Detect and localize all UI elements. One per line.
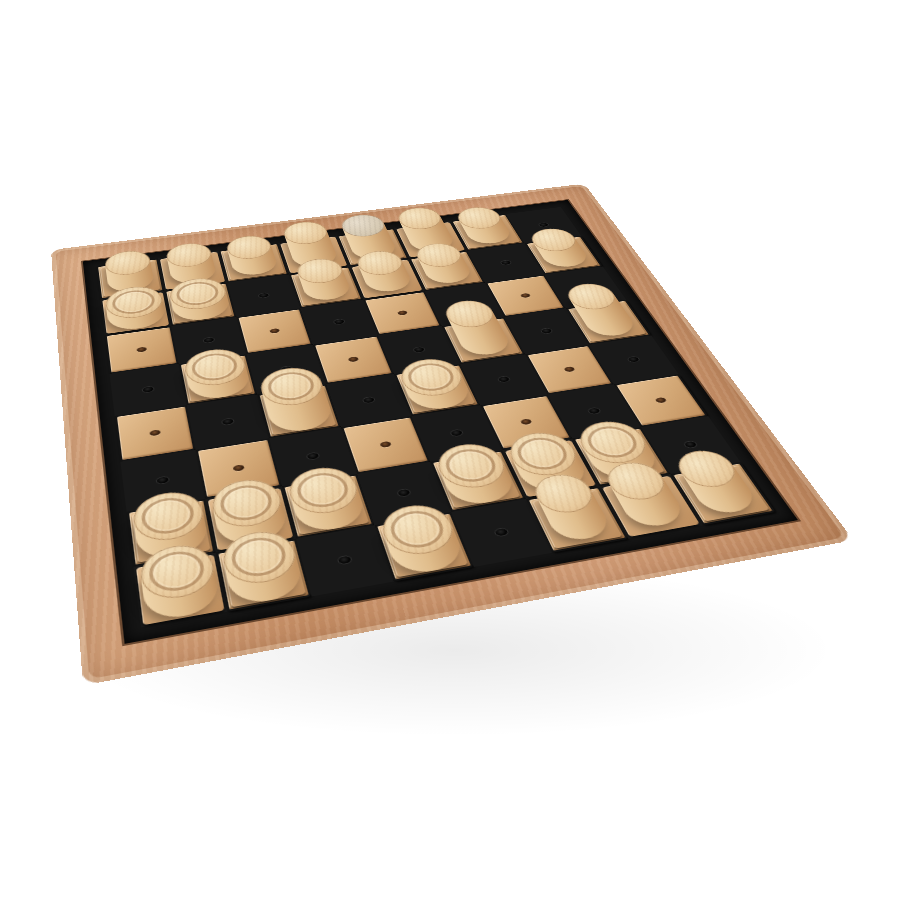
peg-hole bbox=[627, 356, 639, 362]
peg-hole bbox=[232, 464, 244, 471]
peg-hole bbox=[397, 489, 410, 497]
peg-hole bbox=[203, 337, 214, 343]
peg-hole bbox=[149, 429, 161, 436]
peg-hole bbox=[306, 452, 318, 459]
peg-hole bbox=[450, 429, 463, 436]
peg-hole bbox=[337, 555, 351, 564]
peg-hole bbox=[413, 347, 424, 353]
peg-hole bbox=[136, 346, 147, 352]
square-r8c1[interactable] bbox=[133, 553, 227, 628]
peg-hole bbox=[587, 407, 600, 414]
piece-ringed-r8c2[interactable] bbox=[218, 541, 308, 610]
peg-hole bbox=[494, 528, 508, 536]
peg-hole bbox=[519, 418, 532, 425]
peg-hole bbox=[497, 376, 509, 382]
peg-hole bbox=[221, 418, 233, 425]
peg-hole bbox=[683, 441, 697, 448]
peg-hole bbox=[156, 476, 168, 484]
peg-hole bbox=[538, 222, 548, 226]
photo-background bbox=[0, 0, 900, 900]
peg-hole bbox=[269, 328, 280, 334]
peg-hole bbox=[500, 260, 511, 265]
peg-hole bbox=[362, 397, 374, 403]
peg-hole bbox=[333, 319, 344, 324]
peg-hole bbox=[347, 356, 358, 362]
peg-hole bbox=[540, 328, 552, 334]
peg-hole bbox=[654, 397, 667, 403]
peg-hole bbox=[379, 441, 391, 448]
peg-hole bbox=[396, 310, 407, 315]
piece-ringed-r8c1[interactable] bbox=[133, 553, 227, 628]
peg-hole bbox=[142, 386, 153, 392]
square-r8c2[interactable] bbox=[216, 539, 312, 612]
peg-hole bbox=[258, 293, 268, 298]
peg-hole bbox=[519, 293, 530, 298]
peg-hole bbox=[563, 366, 575, 372]
